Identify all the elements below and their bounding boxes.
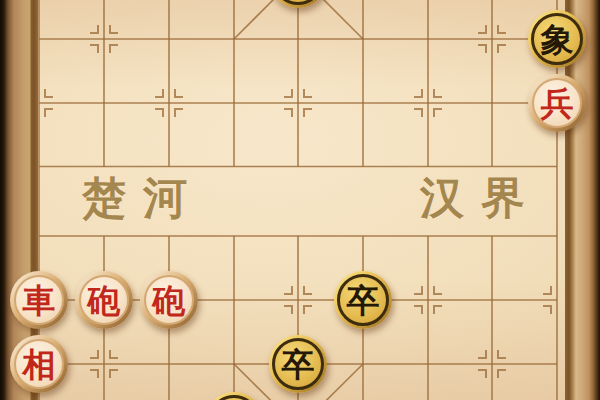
- piece-face: 車: [14, 275, 64, 325]
- piece-face: 象: [531, 13, 583, 65]
- piece-red-soldier[interactable]: 兵: [528, 74, 586, 132]
- piece-character: 車: [23, 284, 56, 317]
- river-label-han-jie: 汉界: [420, 176, 542, 220]
- piece-character: 卒: [282, 348, 315, 381]
- piece-character: 兵: [541, 87, 574, 120]
- piece-face: 卒: [337, 274, 389, 326]
- piece-black-soldier[interactable]: 卒: [334, 271, 392, 329]
- piece-character: 砲: [153, 284, 186, 317]
- piece-black-elephant[interactable]: 象: [528, 10, 586, 68]
- piece-face: 相: [14, 339, 64, 389]
- piece-character: 象: [541, 23, 574, 56]
- piece-red-cannon[interactable]: 砲: [75, 271, 133, 329]
- piece-character: 卒: [347, 284, 380, 317]
- piece-red-cannon[interactable]: 砲: [140, 271, 198, 329]
- river-label-chu-he: 楚河: [82, 176, 204, 220]
- piece-character: 砲: [88, 284, 121, 317]
- piece-face: 卒: [272, 338, 324, 390]
- xiangqi-board[interactable]: 楚河 汉界 象兵車砲砲卒相卒: [0, 0, 600, 400]
- piece-red-elephant[interactable]: 相: [10, 335, 68, 393]
- piece-face: 砲: [144, 275, 194, 325]
- piece-character: 相: [23, 348, 56, 381]
- piece-face: 砲: [79, 275, 129, 325]
- piece-red-chariot[interactable]: 車: [10, 271, 68, 329]
- piece-face: 兵: [532, 78, 582, 128]
- piece-black-soldier[interactable]: 卒: [269, 335, 327, 393]
